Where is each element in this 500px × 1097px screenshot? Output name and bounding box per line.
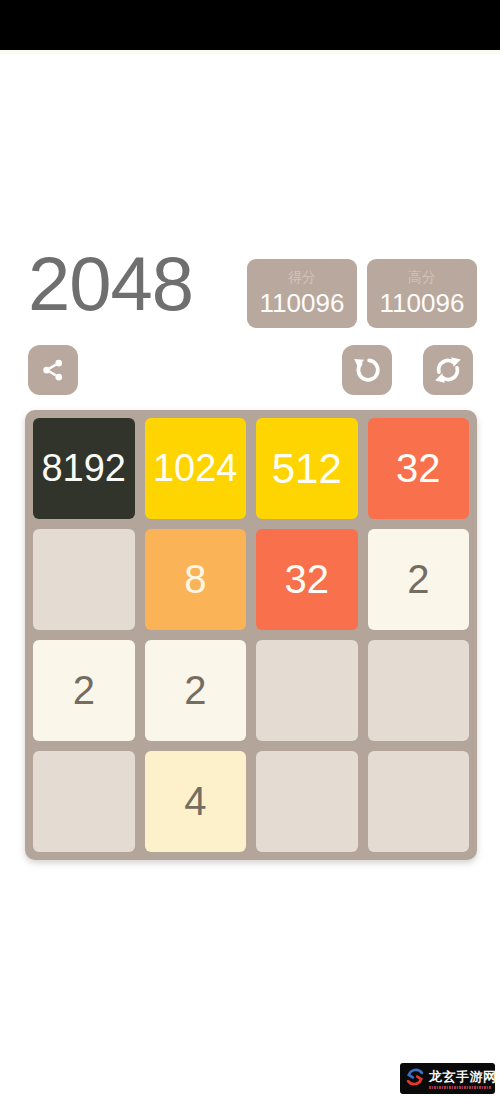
tile-8192-r1c1: 8192 xyxy=(33,418,135,519)
undo-button[interactable] xyxy=(342,345,392,395)
watermark-subtext-strip xyxy=(429,1086,491,1089)
game-board[interactable]: 81921024512328322224 xyxy=(25,410,477,860)
tile-32-r1c4: 32 xyxy=(368,418,470,519)
empty-cell-r4c4 xyxy=(368,751,470,852)
tile-32-r2c3: 32 xyxy=(256,529,358,630)
undo-icon xyxy=(351,354,383,386)
watermark-logo-icon xyxy=(404,1066,426,1092)
tile-1024-r1c2: 1024 xyxy=(145,418,247,519)
score-value: 110096 xyxy=(260,288,345,318)
empty-cell-r3c4 xyxy=(368,640,470,741)
restart-button[interactable] xyxy=(423,345,473,395)
best-score-value: 110096 xyxy=(380,288,465,318)
tile-2-r2c4: 2 xyxy=(368,529,470,630)
empty-cell-r4c3 xyxy=(256,751,358,852)
score-box: 得分 110096 xyxy=(247,259,357,328)
empty-cell-r3c3 xyxy=(256,640,358,741)
restart-icon xyxy=(432,354,464,386)
tile-8-r2c2: 8 xyxy=(145,529,247,630)
score-label: 得分 xyxy=(288,269,316,286)
best-score-box: 高分 110096 xyxy=(367,259,477,328)
tile-4-r4c2: 4 xyxy=(145,751,247,852)
empty-cell-r2c1 xyxy=(33,529,135,630)
share-icon xyxy=(38,355,68,385)
top-bar-divider xyxy=(0,50,500,54)
watermark: 龙玄手游网 xyxy=(400,1063,495,1094)
share-button[interactable] xyxy=(28,345,78,395)
best-score-label: 高分 xyxy=(408,269,436,286)
watermark-title: 龙玄手游网 xyxy=(429,1069,497,1084)
tile-512-r1c3: 512 xyxy=(256,418,358,519)
tile-2-r3c2: 2 xyxy=(145,640,247,741)
empty-cell-r4c1 xyxy=(33,751,135,852)
status-bar xyxy=(0,0,500,50)
tile-2-r3c1: 2 xyxy=(33,640,135,741)
page-title: 2048 xyxy=(28,246,228,322)
